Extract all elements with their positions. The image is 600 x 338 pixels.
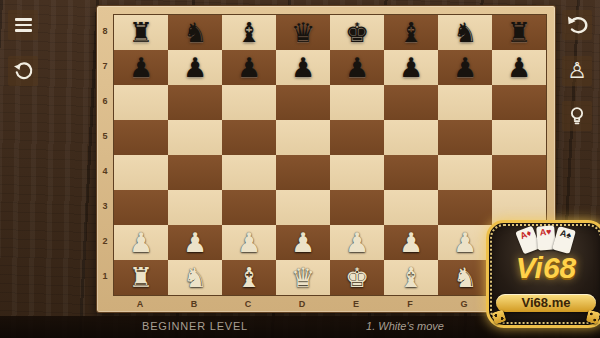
difficulty-level-label: BEGINNER LEVEL (142, 320, 248, 332)
square-e7[interactable]: ♟ (330, 50, 384, 85)
piece-white-bishop: ♝ (399, 260, 423, 295)
file-label-d: D (275, 296, 329, 312)
square-b8[interactable]: ♞ (168, 15, 222, 50)
square-f2[interactable]: ♟ (384, 225, 438, 260)
square-h6[interactable] (492, 85, 546, 120)
file-label-e: E (329, 296, 383, 312)
rank-labels: 87654321 (97, 14, 113, 296)
piece-black-pawn: ♟ (183, 50, 207, 85)
piece-white-pawn: ♟ (399, 225, 423, 260)
square-h8[interactable]: ♜ (492, 15, 546, 50)
piece-white-pawn: ♟ (453, 225, 477, 260)
piece-black-knight: ♞ (453, 15, 477, 50)
square-g2[interactable]: ♟ (438, 225, 492, 260)
square-b3[interactable] (168, 190, 222, 225)
square-a8[interactable]: ♜ (114, 15, 168, 50)
square-e3[interactable] (330, 190, 384, 225)
square-e8[interactable]: ♚ (330, 15, 384, 50)
square-d1[interactable]: ♛ (276, 260, 330, 295)
square-b6[interactable] (168, 85, 222, 120)
square-c7[interactable]: ♟ (222, 50, 276, 85)
square-d6[interactable] (276, 85, 330, 120)
rank-label-2: 2 (97, 224, 113, 259)
rotate-icon (12, 60, 34, 82)
watermark-title: Vi68 (489, 251, 600, 285)
square-h4[interactable] (492, 155, 546, 190)
square-b1[interactable]: ♞ (168, 260, 222, 295)
piece-black-bishop: ♝ (237, 15, 261, 50)
square-g6[interactable] (438, 85, 492, 120)
vi68-watermark[interactable]: A♦A♥A♠ Vi68 Vi68.me (486, 220, 600, 328)
chess-app-screen: ♙ 87654321 ♜♞♝♛♚♝♞♜♟♟♟♟♟♟♟♟♟♟♟♟♟♟♟♟♜♞♝♛♚… (0, 0, 600, 338)
square-f5[interactable] (384, 120, 438, 155)
piece-black-king: ♚ (345, 15, 369, 50)
square-c2[interactable]: ♟ (222, 225, 276, 260)
square-a7[interactable]: ♟ (114, 50, 168, 85)
piece-white-knight: ♞ (453, 260, 477, 295)
square-d3[interactable] (276, 190, 330, 225)
square-g3[interactable] (438, 190, 492, 225)
piece-white-rook: ♜ (129, 260, 153, 295)
piece-white-pawn: ♟ (345, 225, 369, 260)
square-f7[interactable]: ♟ (384, 50, 438, 85)
hint-bulb-icon (566, 105, 588, 127)
piece-black-bishop: ♝ (399, 15, 423, 50)
piece-white-pawn: ♟ (183, 225, 207, 260)
file-labels: ABCDEFGH (113, 296, 545, 312)
square-a3[interactable] (114, 190, 168, 225)
menu-icon (15, 18, 32, 32)
square-b7[interactable]: ♟ (168, 50, 222, 85)
square-d8[interactable]: ♛ (276, 15, 330, 50)
rank-label-8: 8 (97, 14, 113, 49)
square-g5[interactable] (438, 120, 492, 155)
square-f1[interactable]: ♝ (384, 260, 438, 295)
square-d2[interactable]: ♟ (276, 225, 330, 260)
move-status-label: 1. White's move (366, 320, 444, 332)
square-g1[interactable]: ♞ (438, 260, 492, 295)
square-a1[interactable]: ♜ (114, 260, 168, 295)
piece-white-knight: ♞ (183, 260, 207, 295)
rank-label-6: 6 (97, 84, 113, 119)
square-c1[interactable]: ♝ (222, 260, 276, 295)
square-a5[interactable] (114, 120, 168, 155)
board-grid: ♜♞♝♛♚♝♞♜♟♟♟♟♟♟♟♟♟♟♟♟♟♟♟♟♜♞♝♛♚♝♞♜ (113, 14, 547, 296)
square-e6[interactable] (330, 85, 384, 120)
square-c8[interactable]: ♝ (222, 15, 276, 50)
square-f4[interactable] (384, 155, 438, 190)
square-b2[interactable]: ♟ (168, 225, 222, 260)
square-e1[interactable]: ♚ (330, 260, 384, 295)
rank-label-1: 1 (97, 259, 113, 294)
player-pawn-icon: ♙ (567, 60, 587, 82)
piece-white-queen: ♛ (291, 260, 315, 295)
piece-black-rook: ♜ (507, 15, 531, 50)
square-b5[interactable] (168, 120, 222, 155)
square-d7[interactable]: ♟ (276, 50, 330, 85)
file-label-g: G (437, 296, 491, 312)
piece-black-queen: ♛ (291, 15, 315, 50)
square-c6[interactable] (222, 85, 276, 120)
square-d5[interactable] (276, 120, 330, 155)
square-g4[interactable] (438, 155, 492, 190)
square-a2[interactable]: ♟ (114, 225, 168, 260)
piece-black-rook: ♜ (129, 15, 153, 50)
piece-white-pawn: ♟ (291, 225, 315, 260)
piece-black-pawn: ♟ (345, 50, 369, 85)
undo-button[interactable] (562, 10, 592, 40)
dice-icon (586, 310, 600, 325)
hint-button[interactable] (562, 101, 592, 131)
rank-label-4: 4 (97, 154, 113, 189)
rank-label-5: 5 (97, 119, 113, 154)
square-f3[interactable] (384, 190, 438, 225)
square-c5[interactable] (222, 120, 276, 155)
piece-white-pawn: ♟ (129, 225, 153, 260)
square-e2[interactable]: ♟ (330, 225, 384, 260)
player-button[interactable]: ♙ (562, 56, 592, 86)
square-c4[interactable] (222, 155, 276, 190)
piece-white-king: ♚ (345, 260, 369, 295)
piece-white-pawn: ♟ (237, 225, 261, 260)
square-e5[interactable] (330, 120, 384, 155)
square-c3[interactable] (222, 190, 276, 225)
piece-white-bishop: ♝ (237, 260, 261, 295)
undo-icon (565, 13, 589, 37)
piece-black-pawn: ♟ (507, 50, 531, 85)
square-g8[interactable]: ♞ (438, 15, 492, 50)
rotate-button[interactable] (8, 56, 38, 86)
rank-label-3: 3 (97, 189, 113, 224)
square-f6[interactable] (384, 85, 438, 120)
rank-label-7: 7 (97, 49, 113, 84)
card-A♠: A♠ (552, 226, 576, 254)
piece-black-pawn: ♟ (237, 50, 261, 85)
square-h5[interactable] (492, 120, 546, 155)
square-g7[interactable]: ♟ (438, 50, 492, 85)
square-f8[interactable]: ♝ (384, 15, 438, 50)
file-label-c: C (221, 296, 275, 312)
watermark-url: Vi68.me (496, 294, 596, 312)
square-b4[interactable] (168, 155, 222, 190)
piece-black-knight: ♞ (183, 15, 207, 50)
square-h7[interactable]: ♟ (492, 50, 546, 85)
file-label-b: B (167, 296, 221, 312)
piece-black-pawn: ♟ (453, 50, 477, 85)
piece-black-pawn: ♟ (399, 50, 423, 85)
square-e4[interactable] (330, 155, 384, 190)
file-label-a: A (113, 296, 167, 312)
piece-black-pawn: ♟ (129, 50, 153, 85)
file-label-f: F (383, 296, 437, 312)
square-a4[interactable] (114, 155, 168, 190)
menu-button[interactable] (8, 10, 38, 40)
square-a6[interactable] (114, 85, 168, 120)
square-d4[interactable] (276, 155, 330, 190)
piece-black-pawn: ♟ (291, 50, 315, 85)
